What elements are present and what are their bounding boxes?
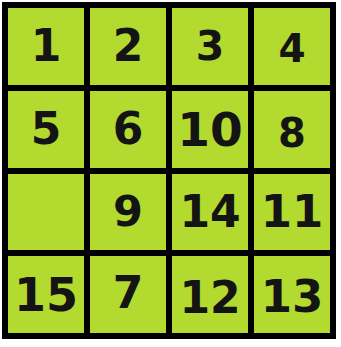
tile-11[interactable]: 11 xyxy=(254,174,330,251)
blank-cell xyxy=(8,174,84,251)
tile-5[interactable]: 5 xyxy=(8,91,84,168)
tile-9[interactable]: 9 xyxy=(90,174,166,251)
tile-4[interactable]: 4 xyxy=(254,8,330,85)
tile-10[interactable]: 10 xyxy=(172,91,248,168)
tile-15[interactable]: 15 xyxy=(8,256,84,333)
tile-12[interactable]: 12 xyxy=(172,256,248,333)
tile-2[interactable]: 2 xyxy=(90,8,166,85)
tile-3[interactable]: 3 xyxy=(172,8,248,85)
tile-7[interactable]: 7 xyxy=(90,256,166,333)
tile-6[interactable]: 6 xyxy=(90,91,166,168)
tile-14[interactable]: 14 xyxy=(172,174,248,251)
tile-13[interactable]: 13 xyxy=(254,256,330,333)
tile-8[interactable]: 8 xyxy=(254,91,330,168)
puzzle-board: 123456108914111571213 xyxy=(2,2,336,339)
tile-1[interactable]: 1 xyxy=(8,8,84,85)
